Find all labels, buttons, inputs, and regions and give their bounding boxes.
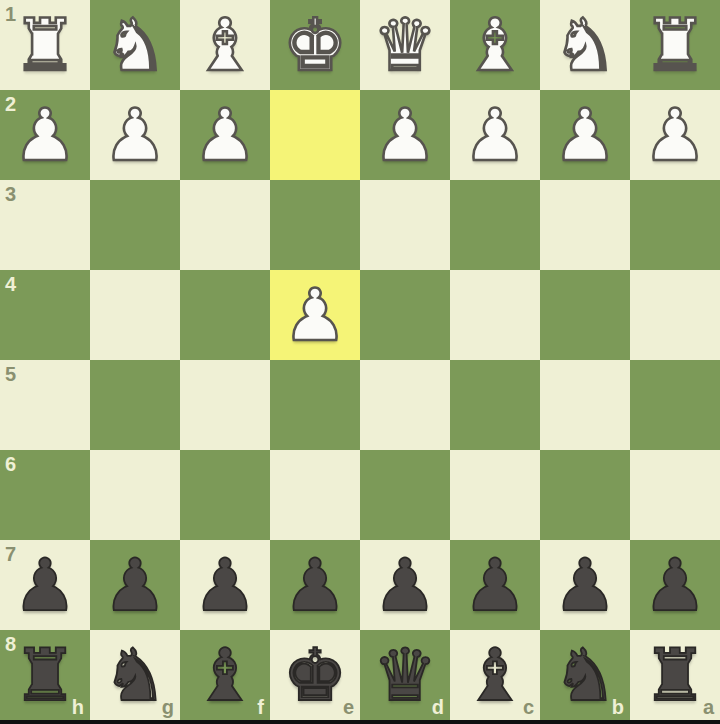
black-pawn[interactable]: ♟ [450,540,540,630]
black-bishop[interactable]: ♝ [180,630,270,720]
square-f2[interactable]: ♟ [180,90,270,180]
black-knight[interactable]: ♞ [540,630,630,720]
square-c6[interactable] [450,450,540,540]
square-d2[interactable]: ♟ [360,90,450,180]
black-pawn[interactable]: ♟ [90,540,180,630]
white-rook[interactable]: ♜ [630,0,720,90]
square-e4[interactable]: ♟ [270,270,360,360]
square-h8[interactable]: 8h♜ [0,630,90,720]
black-knight[interactable]: ♞ [90,630,180,720]
rank-label-3: 3 [5,184,16,204]
white-pawn[interactable]: ♟ [90,90,180,180]
black-pawn[interactable]: ♟ [0,540,90,630]
square-c1[interactable]: ♝ [450,0,540,90]
square-b6[interactable] [540,450,630,540]
square-g3[interactable] [90,180,180,270]
square-b8[interactable]: b♞ [540,630,630,720]
white-knight[interactable]: ♞ [540,0,630,90]
white-king[interactable]: ♚ [270,0,360,90]
square-e8[interactable]: e♚ [270,630,360,720]
square-f6[interactable] [180,450,270,540]
square-g2[interactable]: ♟ [90,90,180,180]
square-a8[interactable]: a♜ [630,630,720,720]
square-a3[interactable] [630,180,720,270]
black-pawn[interactable]: ♟ [630,540,720,630]
square-b7[interactable]: ♟ [540,540,630,630]
square-h4[interactable]: 4 [0,270,90,360]
square-g1[interactable]: ♞ [90,0,180,90]
rank-label-6: 6 [5,454,16,474]
square-h5[interactable]: 5 [0,360,90,450]
white-queen[interactable]: ♛ [360,0,450,90]
square-g6[interactable] [90,450,180,540]
square-f1[interactable]: ♝ [180,0,270,90]
square-b1[interactable]: ♞ [540,0,630,90]
bottom-bar [0,720,720,724]
square-f5[interactable] [180,360,270,450]
square-a5[interactable] [630,360,720,450]
square-a2[interactable]: ♟ [630,90,720,180]
white-pawn[interactable]: ♟ [180,90,270,180]
square-e3[interactable] [270,180,360,270]
black-queen[interactable]: ♛ [360,630,450,720]
square-c4[interactable] [450,270,540,360]
black-pawn[interactable]: ♟ [540,540,630,630]
square-h2[interactable]: 2♟ [0,90,90,180]
square-a1[interactable]: ♜ [630,0,720,90]
square-e1[interactable]: ♚ [270,0,360,90]
square-d1[interactable]: ♛ [360,0,450,90]
square-g7[interactable]: ♟ [90,540,180,630]
square-h1[interactable]: 1♜ [0,0,90,90]
white-pawn[interactable]: ♟ [630,90,720,180]
white-pawn[interactable]: ♟ [0,90,90,180]
white-pawn[interactable]: ♟ [450,90,540,180]
chess-board[interactable]: 1♜♞♝♚♛♝♞♜2♟♟♟♟♟♟♟34♟567♟♟♟♟♟♟♟♟8h♜g♞f♝e♚… [0,0,720,720]
square-f4[interactable] [180,270,270,360]
square-d7[interactable]: ♟ [360,540,450,630]
square-e6[interactable] [270,450,360,540]
rank-label-4: 4 [5,274,16,294]
square-f8[interactable]: f♝ [180,630,270,720]
square-b5[interactable] [540,360,630,450]
square-d8[interactable]: d♛ [360,630,450,720]
square-d5[interactable] [360,360,450,450]
square-d3[interactable] [360,180,450,270]
white-knight[interactable]: ♞ [90,0,180,90]
rank-label-5: 5 [5,364,16,384]
square-g4[interactable] [90,270,180,360]
square-d4[interactable] [360,270,450,360]
square-c8[interactable]: c♝ [450,630,540,720]
square-e7[interactable]: ♟ [270,540,360,630]
black-rook[interactable]: ♜ [0,630,90,720]
square-c7[interactable]: ♟ [450,540,540,630]
square-a4[interactable] [630,270,720,360]
black-bishop[interactable]: ♝ [450,630,540,720]
white-pawn[interactable]: ♟ [360,90,450,180]
white-bishop[interactable]: ♝ [180,0,270,90]
square-f7[interactable]: ♟ [180,540,270,630]
square-h6[interactable]: 6 [0,450,90,540]
white-pawn[interactable]: ♟ [270,270,360,360]
black-pawn[interactable]: ♟ [270,540,360,630]
square-a7[interactable]: ♟ [630,540,720,630]
square-d6[interactable] [360,450,450,540]
square-h3[interactable]: 3 [0,180,90,270]
square-a6[interactable] [630,450,720,540]
square-c3[interactable] [450,180,540,270]
square-b3[interactable] [540,180,630,270]
square-g8[interactable]: g♞ [90,630,180,720]
square-g5[interactable] [90,360,180,450]
square-e2[interactable] [270,90,360,180]
white-pawn[interactable]: ♟ [540,90,630,180]
black-pawn[interactable]: ♟ [180,540,270,630]
black-rook[interactable]: ♜ [630,630,720,720]
square-h7[interactable]: 7♟ [0,540,90,630]
square-e5[interactable] [270,360,360,450]
square-c2[interactable]: ♟ [450,90,540,180]
square-c5[interactable] [450,360,540,450]
square-b2[interactable]: ♟ [540,90,630,180]
black-king[interactable]: ♚ [270,630,360,720]
white-rook[interactable]: ♜ [0,0,90,90]
square-b4[interactable] [540,270,630,360]
square-f3[interactable] [180,180,270,270]
white-bishop[interactable]: ♝ [450,0,540,90]
black-pawn[interactable]: ♟ [360,540,450,630]
